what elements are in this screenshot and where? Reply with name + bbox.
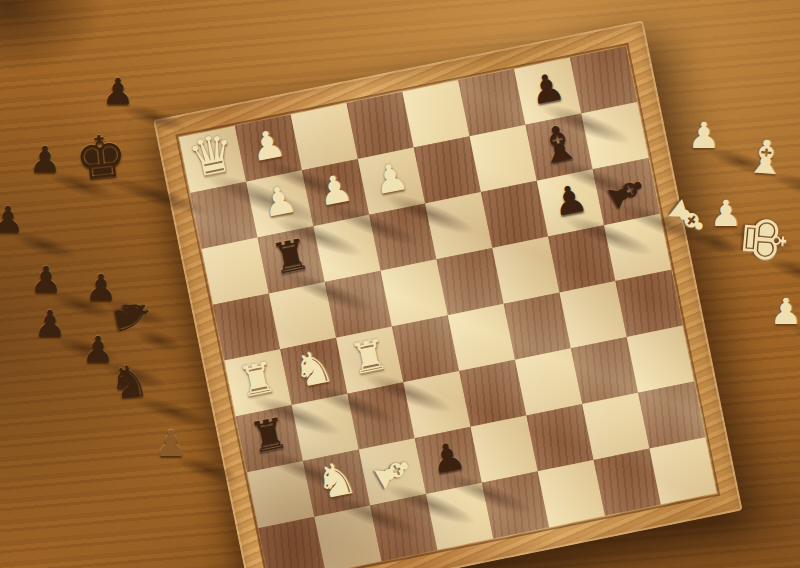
captured-black-pawn[interactable]: ♟ [30, 262, 62, 298]
captured-black-pawn[interactable]: ♟ [102, 74, 134, 110]
piece-black-pawn[interactable]: ♟ [427, 435, 468, 479]
piece-white-rook[interactable]: ♜ [346, 332, 391, 381]
piece-black-bishop[interactable]: ♝ [532, 116, 584, 172]
captured-white-king[interactable]: ♚ [733, 211, 795, 268]
captured-black-pawn[interactable]: ♟ [29, 142, 61, 178]
piece-white-pawn[interactable]: ♟ [259, 179, 300, 223]
captured-white-pawn[interactable]: ♟ [770, 294, 800, 330]
board-squares: ♛♟♟♟♟♟♝♜♟♝♜♞♜♜♞♝♟ [179, 46, 717, 568]
captured-black-knight[interactable]: ♞ [107, 358, 150, 405]
piece-black-pawn[interactable]: ♟ [527, 66, 568, 110]
piece-white-bishop[interactable]: ♝ [363, 442, 422, 501]
piece-white-knight[interactable]: ♞ [311, 453, 361, 506]
piece-white-rook[interactable]: ♜ [235, 355, 280, 404]
piece-white-pawn[interactable]: ♟ [370, 156, 411, 200]
square-h1[interactable] [649, 437, 716, 504]
piece-white-pawn[interactable]: ♟ [315, 168, 356, 212]
captured-black-pawn[interactable]: ♟ [155, 426, 187, 462]
table-surface: ♛♟♟♟♟♟♝♜♟♝♜♞♜♜♞♝♟ ♟♚♟♟♟♟♟♞♟♞♟♟♝♟♝♚♟ [0, 0, 800, 568]
piece-black-rook[interactable]: ♜ [246, 411, 291, 460]
piece-black-rook[interactable]: ♜ [268, 232, 313, 281]
piece-white-queen[interactable]: ♛ [184, 125, 240, 185]
piece-white-knight[interactable]: ♞ [288, 341, 338, 394]
chess-board[interactable]: ♛♟♟♟♟♟♝♜♟♝♜♞♜♜♞♝♟ [153, 20, 743, 568]
captured-white-pawn[interactable]: ♟ [688, 118, 720, 154]
captured-white-bishop[interactable]: ♝ [744, 133, 788, 182]
piece-black-pawn[interactable]: ♟ [549, 178, 590, 222]
piece-white-pawn[interactable]: ♟ [247, 123, 288, 167]
piece-black-bishop[interactable]: ♝ [597, 162, 656, 221]
captured-black-pawn[interactable]: ♟ [34, 306, 66, 342]
captured-black-pawn[interactable]: ♟ [0, 202, 24, 238]
captured-black-king[interactable]: ♚ [72, 126, 130, 189]
